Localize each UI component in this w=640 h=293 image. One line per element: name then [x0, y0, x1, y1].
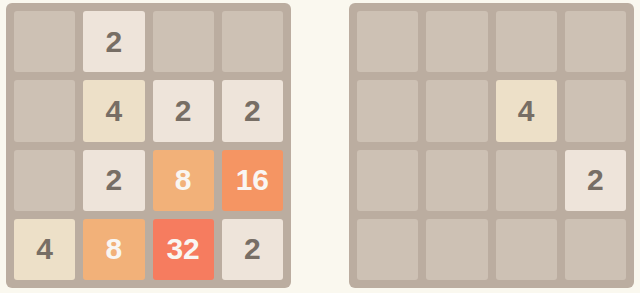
empty-cell [426, 150, 487, 211]
empty-cell [426, 80, 487, 141]
empty-cell [565, 80, 626, 141]
empty-cell [14, 150, 75, 211]
tile-2: 2 [222, 219, 283, 280]
tile-8: 8 [83, 219, 144, 280]
empty-cell [222, 11, 283, 72]
page: 2422281648322 42 [0, 0, 640, 293]
empty-cell [496, 11, 557, 72]
tile-2: 2 [222, 80, 283, 141]
empty-cell [565, 219, 626, 280]
left-2048-board[interactable]: 2422281648322 [6, 3, 291, 288]
right-2048-board[interactable]: 42 [349, 3, 634, 288]
tile-4: 4 [496, 80, 557, 141]
tile-2: 2 [153, 80, 214, 141]
tile-2: 2 [565, 150, 626, 211]
empty-cell [357, 80, 418, 141]
empty-cell [357, 150, 418, 211]
empty-cell [14, 11, 75, 72]
tile-32: 32 [153, 219, 214, 280]
tile-2: 2 [83, 11, 144, 72]
tile-4: 4 [14, 219, 75, 280]
empty-cell [357, 11, 418, 72]
tile-2: 2 [83, 150, 144, 211]
empty-cell [357, 219, 418, 280]
empty-cell [14, 80, 75, 141]
empty-cell [426, 11, 487, 72]
empty-cell [565, 11, 626, 72]
empty-cell [496, 150, 557, 211]
tile-4: 4 [83, 80, 144, 141]
empty-cell [426, 219, 487, 280]
empty-cell [153, 11, 214, 72]
empty-cell [496, 219, 557, 280]
tile-8: 8 [153, 150, 214, 211]
tile-16: 16 [222, 150, 283, 211]
